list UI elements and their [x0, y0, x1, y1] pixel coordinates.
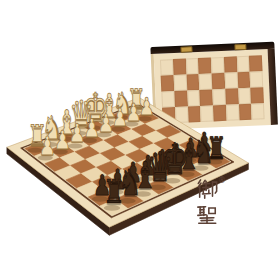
piece-shadow	[135, 191, 151, 197]
piece-shadow	[97, 132, 111, 137]
piece-shadow	[28, 148, 43, 153]
product-photo: ♜♞♝♛♚♝♞♜♟♟♟♟♟♟♟♟♟♟♟♟♟♟♟♟♜♞♝♛♚♝♞♜ 御聖 ®	[0, 0, 280, 280]
piece-shadow	[127, 110, 141, 115]
piece-shadow	[86, 125, 100, 130]
piece-shadow	[167, 164, 182, 169]
piece-shadow	[181, 158, 196, 163]
brand-logo: 御聖 ®	[196, 178, 226, 228]
piece-shadow	[72, 131, 86, 136]
piece-shadow	[195, 152, 210, 157]
piece-shadow	[124, 122, 138, 127]
piece-shadow	[111, 127, 125, 132]
piece-shadow	[82, 138, 97, 143]
piece-shadow	[207, 159, 222, 164]
brand-character-sheng	[196, 203, 218, 225]
piece-shadow	[150, 185, 166, 190]
brand-character-yu	[196, 178, 218, 200]
piece-shadow	[104, 205, 120, 211]
piece-shadow	[120, 198, 136, 204]
piece-shadow	[153, 170, 168, 175]
piece-shadow	[138, 116, 152, 121]
piece-shadow	[114, 115, 128, 120]
registered-mark: ®	[218, 176, 226, 185]
piece-shadow	[53, 149, 68, 154]
piece-shadow	[108, 189, 124, 195]
piece-shadow	[193, 165, 208, 170]
piece-shadow	[43, 142, 58, 147]
piece-shadow	[92, 196, 108, 202]
piece-shadow	[179, 172, 194, 177]
chess-board	[0, 0, 280, 280]
piece-shadow	[38, 155, 53, 160]
piece-shadow	[58, 136, 73, 141]
piece-shadow	[68, 144, 83, 149]
piece-shadow	[165, 178, 181, 183]
piece-shadow	[138, 176, 154, 181]
piece-shadow	[123, 183, 139, 188]
piece-shadow	[100, 120, 114, 125]
